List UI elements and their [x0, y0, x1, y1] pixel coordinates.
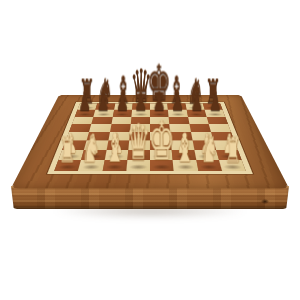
square-b1: ♞: [78, 160, 104, 171]
square-b6: [92, 117, 113, 124]
square-a6: [72, 117, 94, 124]
piece-white-knight-g1: ♞: [200, 130, 218, 167]
square-h1: ♜: [219, 160, 246, 171]
square-a7: ♟: [75, 110, 96, 117]
piece-black-pawn-b7: ♟: [97, 88, 110, 115]
piece-black-pawn-d7: ♟: [134, 88, 147, 115]
board-grid: ♜♞♝♛♚♝♞♜♟♟♟♟♟♟♟♟♟♟♟♟♟♟♟♟♜♞♝♛♚♝♞♜: [54, 103, 246, 170]
square-d1: ♛: [126, 160, 150, 171]
piece-black-pawn-c7: ♟: [116, 88, 129, 115]
square-g1: ♞: [196, 160, 222, 171]
chess-set-photo: ♜♞♝♛♚♝♞♜♟♟♟♟♟♟♟♟♟♟♟♟♟♟♟♟♜♞♝♛♚♝♞♜: [0, 0, 300, 300]
square-a1: ♜: [54, 160, 81, 171]
scene: ♜♞♝♛♚♝♞♜♟♟♟♟♟♟♟♟♟♟♟♟♟♟♟♟♜♞♝♛♚♝♞♜: [0, 0, 300, 300]
square-h6: [206, 117, 228, 124]
square-h7: ♟: [204, 110, 225, 117]
board-inlay-border: ♜♞♝♛♚♝♞♜♟♟♟♟♟♟♟♟♟♟♟♟♟♟♟♟♜♞♝♛♚♝♞♜: [47, 102, 253, 174]
square-e1: ♚: [150, 160, 174, 171]
square-g6: [188, 117, 209, 124]
square-b7: ♟: [94, 110, 114, 117]
piece-white-knight-b1: ♞: [82, 130, 100, 167]
piece-black-pawn-g7: ♟: [190, 88, 203, 115]
square-g7: ♟: [186, 110, 206, 117]
piece-white-bishop-c1: ♝: [105, 128, 125, 168]
piece-white-bishop-f1: ♝: [176, 128, 196, 168]
piece-black-pawn-h7: ♟: [209, 88, 222, 115]
piece-black-pawn-a7: ♟: [78, 88, 91, 115]
chess-board: ♜♞♝♛♚♝♞♜♟♟♟♟♟♟♟♟♟♟♟♟♟♟♟♟♜♞♝♛♚♝♞♜: [11, 95, 289, 189]
square-c1: ♝: [102, 160, 127, 171]
piece-white-rook-h1: ♜: [224, 133, 241, 168]
piece-white-queen-d1: ♛: [126, 119, 150, 168]
piece-white-rook-a1: ♜: [59, 133, 76, 168]
piece-white-king-e1: ♚: [149, 114, 175, 168]
square-f1: ♝: [173, 160, 198, 171]
